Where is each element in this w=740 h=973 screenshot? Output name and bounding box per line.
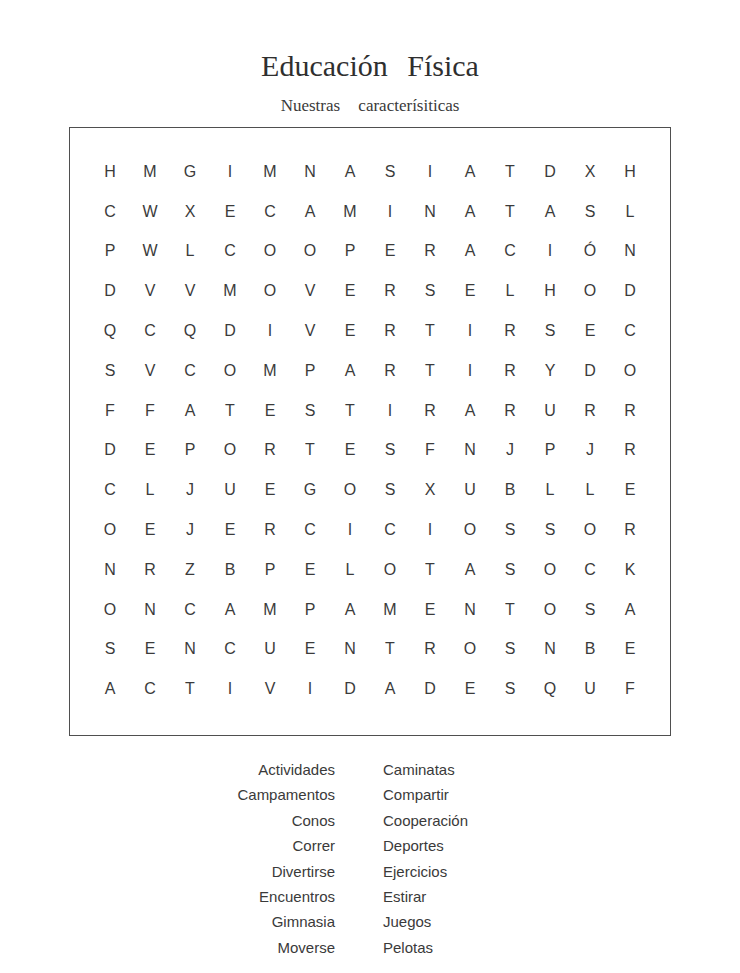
grid-cell-r7-c12: U <box>530 391 570 431</box>
grid-cell-r13-c7: N <box>330 629 370 669</box>
word-item-right-3: Deportes <box>383 833 553 858</box>
grid-cell-r5-c13: E <box>570 311 610 351</box>
grid-cell-r6-c4: O <box>210 351 250 391</box>
grid-cell-r1-c11: T <box>490 152 530 192</box>
page-title: Educación Física <box>0 48 740 84</box>
grid-cell-r11-c3: Z <box>170 550 210 590</box>
grid-cell-r5-c14: C <box>610 311 650 351</box>
grid-cell-r12-c14: A <box>610 590 650 630</box>
grid-cell-r8-c11: J <box>490 430 530 470</box>
grid-cell-r1-c5: M <box>250 152 290 192</box>
grid-cell-r10-c7: I <box>330 510 370 550</box>
grid-cell-r13-c1: S <box>90 629 130 669</box>
grid-cell-r5-c2: C <box>130 311 170 351</box>
grid-cell-r4-c14: D <box>610 271 650 311</box>
grid-cell-r8-c13: J <box>570 430 610 470</box>
grid-cell-r4-c3: V <box>170 271 210 311</box>
grid-cell-r12-c13: S <box>570 590 610 630</box>
grid-cell-r12-c3: C <box>170 590 210 630</box>
grid-cell-r4-c5: O <box>250 271 290 311</box>
grid-cell-r14-c9: D <box>410 669 450 709</box>
grid-cell-r14-c7: D <box>330 669 370 709</box>
grid-cell-r4-c7: E <box>330 271 370 311</box>
grid-cell-r3-c3: L <box>170 232 210 272</box>
grid-cell-r2-c10: A <box>450 192 490 232</box>
grid-cell-r6-c5: M <box>250 351 290 391</box>
grid-cell-r10-c13: O <box>570 510 610 550</box>
grid-cell-r1-c8: S <box>370 152 410 192</box>
grid-cell-r8-c6: T <box>290 430 330 470</box>
grid-cell-r6-c8: R <box>370 351 410 391</box>
grid-cell-r13-c5: U <box>250 629 290 669</box>
grid-cell-r8-c10: N <box>450 430 490 470</box>
grid-cell-r6-c11: R <box>490 351 530 391</box>
grid-cell-r11-c6: E <box>290 550 330 590</box>
word-list-left: ActividadesCampamentosConosCorrerDiverti… <box>165 757 335 960</box>
grid-cell-r2-c9: N <box>410 192 450 232</box>
grid-cell-r3-c4: C <box>210 232 250 272</box>
grid-cell-r1-c7: A <box>330 152 370 192</box>
grid-cell-r9-c5: E <box>250 470 290 510</box>
grid-cell-r9-c2: L <box>130 470 170 510</box>
word-list-right: CaminatasCompartirCooperaciónDeportesEje… <box>383 757 553 960</box>
grid-cell-r6-c13: D <box>570 351 610 391</box>
grid-cell-r9-c13: L <box>570 470 610 510</box>
grid-cell-r1-c14: H <box>610 152 650 192</box>
grid-cell-r9-c12: L <box>530 470 570 510</box>
grid-cell-r12-c9: E <box>410 590 450 630</box>
grid-cell-r7-c8: I <box>370 391 410 431</box>
grid-cell-r12-c12: O <box>530 590 570 630</box>
grid-cell-r13-c12: N <box>530 629 570 669</box>
grid-cell-r13-c3: N <box>170 629 210 669</box>
grid-cell-r13-c10: O <box>450 629 490 669</box>
word-item-left-5: Encuentros <box>165 884 335 909</box>
grid-cell-r14-c11: S <box>490 669 530 709</box>
grid-cell-r12-c8: M <box>370 590 410 630</box>
word-item-right-0: Caminatas <box>383 757 553 782</box>
grid-cell-r11-c4: B <box>210 550 250 590</box>
grid-cell-r2-c11: T <box>490 192 530 232</box>
grid-cell-r6-c3: C <box>170 351 210 391</box>
grid-cell-r7-c9: R <box>410 391 450 431</box>
grid-cell-r12-c1: O <box>90 590 130 630</box>
grid-cell-r9-c10: U <box>450 470 490 510</box>
grid-cell-r8-c4: O <box>210 430 250 470</box>
grid-cell-r7-c7: T <box>330 391 370 431</box>
grid-cell-r3-c9: R <box>410 232 450 272</box>
grid-cell-r13-c11: S <box>490 629 530 669</box>
grid-cell-r5-c6: V <box>290 311 330 351</box>
grid-cell-r5-c4: D <box>210 311 250 351</box>
grid-cell-r5-c11: R <box>490 311 530 351</box>
worksheet-page: Educación Física Nuestras caracterísitic… <box>0 48 740 973</box>
grid-cell-r7-c14: R <box>610 391 650 431</box>
grid-cell-r6-c9: T <box>410 351 450 391</box>
grid-cell-r1-c3: G <box>170 152 210 192</box>
grid-cell-r5-c9: T <box>410 311 450 351</box>
grid-cell-r3-c13: Ó <box>570 232 610 272</box>
grid-cell-r11-c7: L <box>330 550 370 590</box>
word-item-right-1: Compartir <box>383 782 553 807</box>
grid-cell-r14-c2: C <box>130 669 170 709</box>
grid-cell-r11-c5: P <box>250 550 290 590</box>
grid-cell-r8-c14: R <box>610 430 650 470</box>
grid-cell-r4-c10: E <box>450 271 490 311</box>
grid-cell-r11-c9: T <box>410 550 450 590</box>
grid-cell-r10-c4: E <box>210 510 250 550</box>
grid-cell-r13-c8: T <box>370 629 410 669</box>
grid-cell-r2-c1: C <box>90 192 130 232</box>
grid-cell-r2-c14: L <box>610 192 650 232</box>
grid-cell-r6-c1: S <box>90 351 130 391</box>
grid-cell-r6-c14: O <box>610 351 650 391</box>
word-item-right-6: Juegos <box>383 909 553 934</box>
grid-cell-r7-c10: A <box>450 391 490 431</box>
grid-cell-r13-c4: C <box>210 629 250 669</box>
grid-cell-r12-c5: M <box>250 590 290 630</box>
grid-cell-r3-c8: E <box>370 232 410 272</box>
grid-cell-r7-c3: A <box>170 391 210 431</box>
grid-cell-r10-c1: O <box>90 510 130 550</box>
grid-cell-r12-c2: N <box>130 590 170 630</box>
grid-cell-r2-c8: I <box>370 192 410 232</box>
grid-cell-r13-c13: B <box>570 629 610 669</box>
grid-cell-r3-c11: C <box>490 232 530 272</box>
grid-cell-r4-c9: S <box>410 271 450 311</box>
grid-cell-r1-c1: H <box>90 152 130 192</box>
grid-cell-r11-c14: K <box>610 550 650 590</box>
grid-cell-r2-c13: S <box>570 192 610 232</box>
grid-cell-r3-c7: P <box>330 232 370 272</box>
grid-cell-r9-c9: X <box>410 470 450 510</box>
grid-cell-r5-c8: R <box>370 311 410 351</box>
grid-cell-r4-c4: M <box>210 271 250 311</box>
grid-cell-r8-c1: D <box>90 430 130 470</box>
word-list: ActividadesCampamentosConosCorrerDiverti… <box>0 757 729 960</box>
grid-cell-r13-c6: E <box>290 629 330 669</box>
grid-cell-r14-c1: A <box>90 669 130 709</box>
word-item-left-1: Campamentos <box>165 782 335 807</box>
grid-cell-r1-c10: A <box>450 152 490 192</box>
grid-cell-r7-c1: F <box>90 391 130 431</box>
grid-cell-r13-c14: E <box>610 629 650 669</box>
grid-cell-r2-c3: X <box>170 192 210 232</box>
grid-cell-r4-c13: O <box>570 271 610 311</box>
grid-cell-r9-c8: S <box>370 470 410 510</box>
grid-cell-r14-c14: F <box>610 669 650 709</box>
grid-cell-r3-c2: W <box>130 232 170 272</box>
grid-cell-r4-c12: H <box>530 271 570 311</box>
grid-cell-r6-c2: V <box>130 351 170 391</box>
grid-cell-r11-c1: N <box>90 550 130 590</box>
grid-cell-r8-c7: E <box>330 430 370 470</box>
grid-cell-r11-c10: A <box>450 550 490 590</box>
word-item-left-2: Conos <box>165 808 335 833</box>
grid-cell-r4-c6: V <box>290 271 330 311</box>
grid-cell-r4-c8: R <box>370 271 410 311</box>
grid-cell-r4-c2: V <box>130 271 170 311</box>
grid-cell-r7-c13: R <box>570 391 610 431</box>
grid-cell-r9-c4: U <box>210 470 250 510</box>
grid-cell-r12-c4: A <box>210 590 250 630</box>
grid-cell-r14-c4: I <box>210 669 250 709</box>
grid-cell-r7-c4: T <box>210 391 250 431</box>
grid-cell-r10-c9: I <box>410 510 450 550</box>
grid-cell-r1-c9: I <box>410 152 450 192</box>
grid-cell-r12-c6: P <box>290 590 330 630</box>
grid-cell-r8-c9: F <box>410 430 450 470</box>
grid-cell-r7-c2: F <box>130 391 170 431</box>
wordsearch-board: HMGIMNASIATDXHCWXECAMINATASLPWLCOOPERACI… <box>69 127 671 736</box>
grid-cell-r4-c1: D <box>90 271 130 311</box>
grid-cell-r3-c10: A <box>450 232 490 272</box>
grid-cell-r1-c2: M <box>130 152 170 192</box>
grid-cell-r10-c3: J <box>170 510 210 550</box>
grid-cell-r8-c3: P <box>170 430 210 470</box>
grid-cell-r10-c8: C <box>370 510 410 550</box>
grid-cell-r11-c13: C <box>570 550 610 590</box>
grid-cell-r9-c6: G <box>290 470 330 510</box>
word-item-left-7: Moverse <box>165 935 335 960</box>
grid-cell-r10-c6: C <box>290 510 330 550</box>
grid-cell-r8-c2: E <box>130 430 170 470</box>
grid-cell-r10-c12: S <box>530 510 570 550</box>
word-item-right-2: Cooperación <box>383 808 553 833</box>
grid-cell-r2-c2: W <box>130 192 170 232</box>
grid-cell-r8-c8: S <box>370 430 410 470</box>
grid-cell-r11-c12: O <box>530 550 570 590</box>
grid-cell-r2-c7: M <box>330 192 370 232</box>
grid-cell-r13-c9: R <box>410 629 450 669</box>
word-item-right-4: Ejercicios <box>383 859 553 884</box>
grid-cell-r2-c6: A <box>290 192 330 232</box>
grid-cell-r14-c10: E <box>450 669 490 709</box>
grid-cell-r12-c7: A <box>330 590 370 630</box>
grid-cell-r3-c1: P <box>90 232 130 272</box>
word-item-left-6: Gimnasia <box>165 909 335 934</box>
page-subtitle: Nuestras caracterísiticas <box>0 94 740 117</box>
grid-cell-r9-c14: E <box>610 470 650 510</box>
grid-cell-r10-c10: O <box>450 510 490 550</box>
grid-cell-r1-c6: N <box>290 152 330 192</box>
grid-cell-r5-c12: S <box>530 311 570 351</box>
grid-cell-r5-c1: Q <box>90 311 130 351</box>
word-item-left-3: Correr <box>165 833 335 858</box>
grid-cell-r9-c11: B <box>490 470 530 510</box>
grid-cell-r14-c13: U <box>570 669 610 709</box>
grid-cell-r6-c6: P <box>290 351 330 391</box>
grid-cell-r1-c4: I <box>210 152 250 192</box>
grid-cell-r2-c4: E <box>210 192 250 232</box>
grid-cell-r2-c12: A <box>530 192 570 232</box>
grid-cell-r5-c3: Q <box>170 311 210 351</box>
grid-cell-r3-c5: O <box>250 232 290 272</box>
grid-cell-r7-c11: R <box>490 391 530 431</box>
grid-cell-r9-c1: C <box>90 470 130 510</box>
grid-cell-r3-c6: O <box>290 232 330 272</box>
grid-cell-r8-c5: R <box>250 430 290 470</box>
grid-cell-r10-c5: R <box>250 510 290 550</box>
grid-cell-r1-c13: X <box>570 152 610 192</box>
grid-cell-r14-c6: I <box>290 669 330 709</box>
grid-cell-r7-c6: S <box>290 391 330 431</box>
grid-cell-r14-c8: A <box>370 669 410 709</box>
grid-cell-r9-c3: J <box>170 470 210 510</box>
grid-cell-r6-c10: I <box>450 351 490 391</box>
word-item-right-7: Pelotas <box>383 935 553 960</box>
grid-cell-r10-c2: E <box>130 510 170 550</box>
grid-cell-r12-c10: N <box>450 590 490 630</box>
word-item-left-4: Divertirse <box>165 859 335 884</box>
grid-cell-r5-c10: I <box>450 311 490 351</box>
grid-cell-r6-c12: Y <box>530 351 570 391</box>
grid-cell-r14-c5: V <box>250 669 290 709</box>
grid-cell-r11-c11: S <box>490 550 530 590</box>
grid-cell-r2-c5: C <box>250 192 290 232</box>
grid-cell-r3-c12: I <box>530 232 570 272</box>
grid-cell-r9-c7: O <box>330 470 370 510</box>
grid-cell-r1-c12: D <box>530 152 570 192</box>
grid-cell-r12-c11: T <box>490 590 530 630</box>
word-item-right-5: Estirar <box>383 884 553 909</box>
grid-cell-r11-c8: O <box>370 550 410 590</box>
grid-cell-r14-c12: Q <box>530 669 570 709</box>
grid-cell-r6-c7: A <box>330 351 370 391</box>
word-item-left-0: Actividades <box>165 757 335 782</box>
wordsearch-grid: HMGIMNASIATDXHCWXECAMINATASLPWLCOOPERACI… <box>90 152 650 709</box>
grid-cell-r7-c5: E <box>250 391 290 431</box>
grid-cell-r3-c14: N <box>610 232 650 272</box>
grid-cell-r5-c7: E <box>330 311 370 351</box>
grid-cell-r10-c14: R <box>610 510 650 550</box>
grid-cell-r8-c12: P <box>530 430 570 470</box>
grid-cell-r4-c11: L <box>490 271 530 311</box>
grid-cell-r5-c5: I <box>250 311 290 351</box>
grid-cell-r11-c2: R <box>130 550 170 590</box>
grid-cell-r13-c2: E <box>130 629 170 669</box>
grid-cell-r10-c11: S <box>490 510 530 550</box>
grid-cell-r14-c3: T <box>170 669 210 709</box>
